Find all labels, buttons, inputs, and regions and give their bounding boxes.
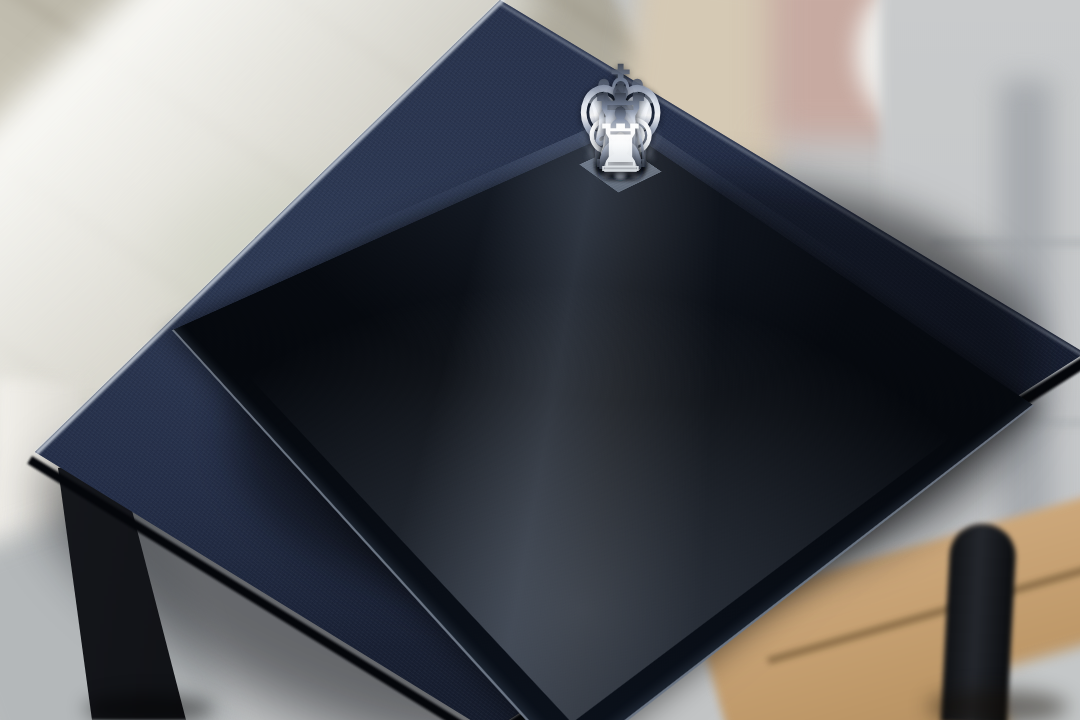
square-h1[interactable]: [579, 145, 661, 193]
scene-acrylic-chess-photo: ♜♜♟♟♟♟♜♜♞♞♟♟♟♟♞♞♝♝♟♟♟♟♝♝♛♛♟♟♟♟♛♛♚♚♟♟♟♟♚♚…: [0, 0, 1080, 720]
table-leg-right-shadow: [928, 690, 1068, 720]
table-leg-left-shadow: [84, 694, 214, 720]
